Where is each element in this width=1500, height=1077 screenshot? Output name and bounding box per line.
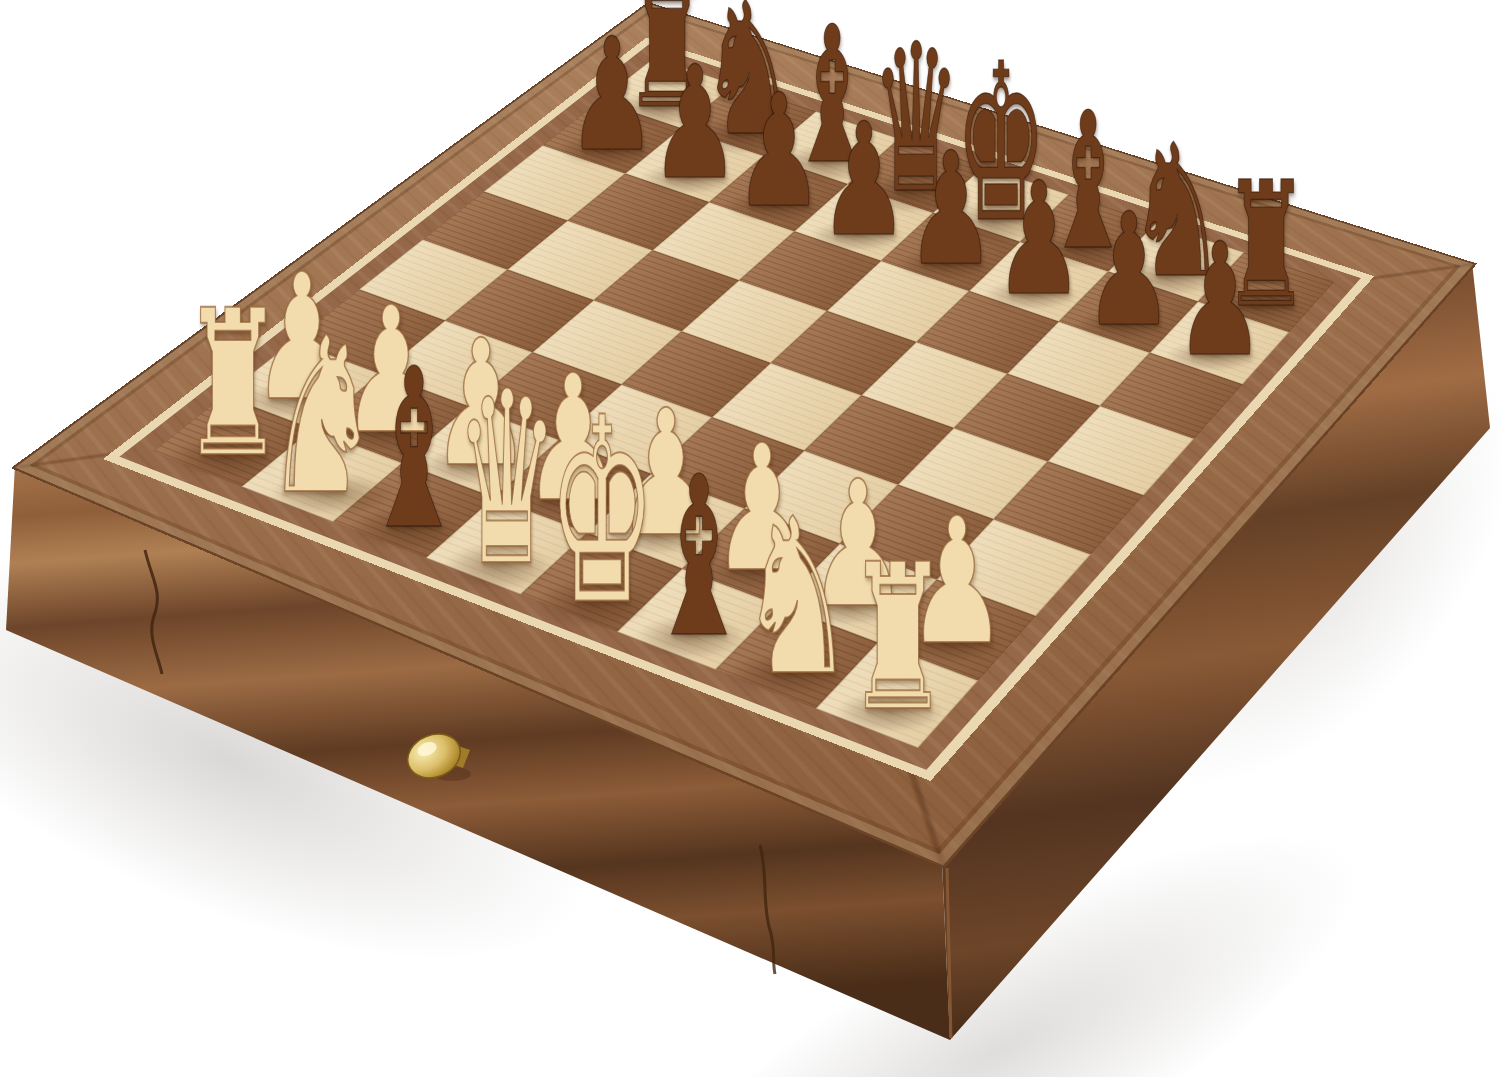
- piece-white-bishop[interactable]: ♝: [361, 339, 466, 559]
- piece-white-bishop[interactable]: ♝: [646, 448, 751, 668]
- piece-white-knight[interactable]: ♞: [739, 490, 856, 705]
- pieces-layer: ♜♞♝♛♚♝♞♜♟♟♟♟♟♟♟♟♟♟♟♟♟♟♟♟♜♞♝♛♚♝♞♜: [0, 0, 1500, 1077]
- piece-black-pawn[interactable]: ♟: [734, 73, 824, 229]
- piece-black-pawn[interactable]: ♟: [567, 16, 657, 172]
- piece-black-pawn[interactable]: ♟: [994, 161, 1084, 317]
- piece-black-pawn[interactable]: ♟: [650, 44, 740, 200]
- piece-white-king[interactable]: ♚: [548, 384, 656, 640]
- piece-black-pawn[interactable]: ♟: [819, 102, 909, 258]
- piece-white-rook[interactable]: ♜: [846, 538, 949, 740]
- piece-white-queen[interactable]: ♛: [455, 361, 559, 600]
- piece-black-pawn[interactable]: ♟: [1175, 222, 1265, 378]
- piece-black-pawn[interactable]: ♟: [1084, 191, 1174, 347]
- scene: ♜♞♝♛♚♝♞♜♟♟♟♟♟♟♟♟♟♟♟♟♟♟♟♟♜♞♝♛♚♝♞♜: [0, 0, 1500, 1077]
- piece-black-pawn[interactable]: ♟: [906, 131, 996, 287]
